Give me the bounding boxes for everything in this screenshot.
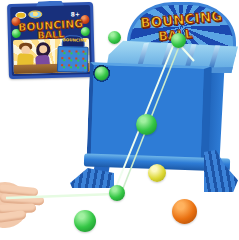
elastic-lines xyxy=(0,0,239,240)
product-photo: 8+ BOUNCING BALL BOUNCING xyxy=(0,0,239,240)
elastic-line-upper-b xyxy=(120,44,180,196)
elastic-line-horizontal xyxy=(6,194,114,198)
elastic-line-upper-a xyxy=(114,41,175,192)
bounce-line xyxy=(177,42,194,61)
